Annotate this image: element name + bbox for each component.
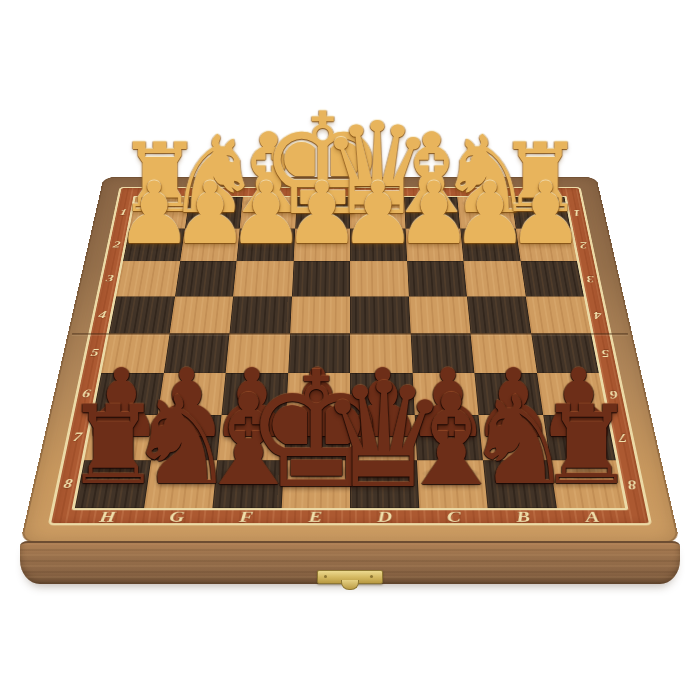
square-f1 [240, 197, 297, 228]
square-d5 [350, 333, 412, 373]
square-d2 [350, 228, 407, 261]
file-label-e: E [308, 508, 322, 526]
file-label-f: F [239, 508, 254, 526]
square-g3 [175, 261, 237, 296]
square-f4 [229, 296, 291, 333]
square-a8 [549, 460, 625, 508]
square-b2 [460, 228, 520, 261]
square-d3 [350, 261, 408, 296]
square-e1 [295, 197, 350, 228]
square-a6 [537, 373, 607, 415]
square-c6 [412, 373, 478, 415]
square-h4 [109, 296, 175, 333]
square-b4 [467, 296, 531, 333]
square-a4 [525, 296, 591, 333]
square-b5 [471, 333, 537, 373]
square-g7 [151, 415, 222, 460]
square-c4 [408, 296, 470, 333]
square-b6 [474, 373, 542, 415]
file-label-a: A [584, 508, 601, 526]
square-c3 [407, 261, 467, 296]
square-b3 [463, 261, 525, 296]
file-label-d: D [377, 508, 392, 526]
square-f6 [222, 373, 288, 415]
square-g6 [157, 373, 225, 415]
file-label-c: C [446, 508, 461, 526]
box-front-edge [20, 541, 680, 584]
chess-board: HGFEDCBA 12345678 12345678 [20, 177, 680, 543]
square-g5 [163, 333, 229, 373]
square-c5 [410, 333, 474, 373]
square-e6 [286, 373, 350, 415]
square-a2 [515, 228, 577, 261]
square-b7 [478, 415, 549, 460]
square-g2 [180, 228, 240, 261]
square-g8 [144, 460, 218, 508]
square-a3 [520, 261, 584, 296]
square-d7 [350, 415, 416, 460]
file-label-b: B [515, 508, 531, 526]
square-f5 [226, 333, 290, 373]
square-c1 [404, 197, 461, 228]
square-d4 [350, 296, 410, 333]
square-f2 [237, 228, 295, 261]
file-label-h: H [98, 508, 117, 526]
file-label-g: G [168, 508, 185, 526]
square-h6 [93, 373, 163, 415]
square-c8 [416, 460, 487, 508]
square-e3 [292, 261, 350, 296]
square-g1 [185, 197, 243, 228]
square-g4 [169, 296, 233, 333]
square-e4 [290, 296, 350, 333]
square-b8 [483, 460, 557, 508]
square-f3 [233, 261, 293, 296]
square-e7 [284, 415, 350, 460]
square-h5 [101, 333, 169, 373]
square-h7 [84, 415, 157, 460]
chess-box-photo: HGFEDCBA 12345678 12345678 ♜♞♝♚♛♝♞♜♟♟♟♟♟… [0, 0, 700, 700]
square-d6 [350, 373, 414, 415]
square-a5 [531, 333, 599, 373]
square-h2 [123, 228, 185, 261]
square-e8 [281, 460, 350, 508]
square-e5 [288, 333, 350, 373]
square-f8 [212, 460, 283, 508]
square-h8 [75, 460, 151, 508]
square-h1 [129, 197, 189, 228]
square-a7 [543, 415, 616, 460]
square-f7 [217, 415, 286, 460]
square-d8 [350, 460, 419, 508]
square-d1 [350, 197, 405, 228]
fold-seam [72, 333, 628, 335]
brass-clasp [317, 570, 383, 584]
square-a1 [511, 197, 571, 228]
square-c2 [405, 228, 463, 261]
square-h3 [116, 261, 180, 296]
square-c7 [414, 415, 483, 460]
square-b1 [457, 197, 515, 228]
board-grid [75, 197, 625, 508]
square-e2 [293, 228, 350, 261]
